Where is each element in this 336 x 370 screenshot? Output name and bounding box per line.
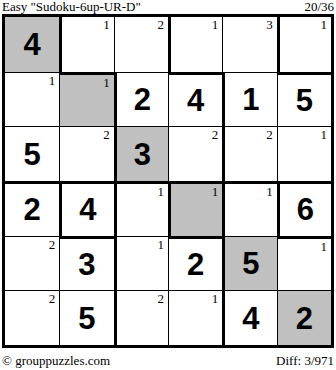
puzzle-title: Easy "Sudoku-6up-UR-D" (2, 0, 141, 14)
cell-r3c5[interactable]: 2 (222, 126, 276, 181)
cell-r3c2[interactable]: 2 (59, 126, 113, 181)
given-digit: 4 (24, 29, 41, 60)
copyright-text: © grouppuzzles.com (2, 353, 110, 368)
cell-r3c4[interactable]: 2 (168, 126, 222, 181)
cell-r5c4[interactable]: 2 (168, 236, 222, 291)
cell-r5c6[interactable]: 1 (277, 236, 331, 291)
cell-r6c4[interactable]: 1 (168, 290, 222, 345)
cell-r1c6[interactable]: 1 (277, 17, 331, 72)
difficulty-text: Diff: 3/971 (276, 353, 334, 368)
given-digit: 6 (297, 194, 314, 225)
cell-r2c5[interactable]: 1 (222, 72, 276, 127)
cell-r2c3[interactable]: 2 (114, 72, 168, 127)
cell-r1c3[interactable]: 2 (114, 17, 168, 72)
cell-r3c1[interactable]: 5 (5, 126, 59, 181)
cell-r2c2[interactable]: 1 (59, 72, 113, 127)
given-digit: 3 (78, 249, 95, 280)
corner-hint: 1 (49, 74, 56, 87)
corner-hint: 2 (157, 18, 164, 31)
sudoku-board: 412131112415523221241116231251252142 (2, 14, 334, 348)
corner-hint: 1 (212, 18, 219, 31)
corner-hint: 2 (212, 128, 219, 141)
cell-r5c2[interactable]: 3 (59, 236, 113, 291)
corner-hint: 2 (49, 292, 56, 305)
cell-r4c3[interactable]: 1 (114, 181, 168, 236)
corner-hint: 1 (157, 185, 164, 198)
cell-r6c2[interactable]: 5 (59, 290, 113, 345)
header-bar: Easy "Sudoku-6up-UR-D" 20/36 (0, 0, 336, 14)
given-digit: 2 (134, 84, 151, 115)
given-digit: 3 (134, 139, 151, 170)
cell-r4c1[interactable]: 2 (5, 181, 59, 236)
corner-hint: 1 (320, 128, 327, 141)
cell-r5c1[interactable]: 2 (5, 236, 59, 291)
corner-hint: 1 (212, 292, 219, 305)
cell-r4c6[interactable]: 6 (277, 181, 331, 236)
given-digit: 5 (24, 139, 41, 170)
given-digit: 2 (296, 303, 313, 334)
corner-hint: 1 (212, 185, 219, 198)
given-digit: 5 (78, 303, 95, 334)
corner-hint: 2 (49, 238, 56, 251)
cell-r6c5[interactable]: 4 (222, 290, 276, 345)
cell-r5c5[interactable]: 5 (222, 236, 276, 291)
cell-r6c3[interactable]: 2 (114, 290, 168, 345)
given-digit: 5 (296, 85, 313, 116)
cell-r5c3[interactable]: 1 (114, 236, 168, 291)
corner-hint: 1 (157, 238, 164, 251)
cell-r3c6[interactable]: 1 (277, 126, 331, 181)
corner-hint: 1 (266, 185, 273, 198)
corner-hint: 1 (103, 76, 110, 89)
cell-r2c1[interactable]: 1 (5, 72, 59, 127)
given-digit: 1 (242, 84, 259, 115)
cell-r1c2[interactable]: 1 (59, 17, 113, 72)
cell-r6c1[interactable]: 2 (5, 290, 59, 345)
corner-hint: 2 (266, 128, 273, 141)
given-digit: 5 (242, 248, 259, 279)
corner-hint: 1 (320, 240, 327, 253)
cell-r2c6[interactable]: 5 (277, 72, 331, 127)
filled-counter: 20/36 (304, 0, 334, 14)
cell-r1c4[interactable]: 1 (168, 17, 222, 72)
cell-r4c4[interactable]: 1 (168, 181, 222, 236)
given-digit: 4 (79, 194, 96, 225)
given-digit: 2 (24, 194, 41, 225)
cell-r1c5[interactable]: 3 (222, 17, 276, 72)
cell-r4c5[interactable]: 1 (222, 181, 276, 236)
cell-r6c6[interactable]: 2 (277, 290, 331, 345)
corner-hint: 1 (103, 18, 110, 31)
cell-r3c3[interactable]: 3 (114, 126, 168, 181)
cell-r2c4[interactable]: 4 (168, 72, 222, 127)
given-digit: 4 (242, 303, 259, 334)
footer-bar: © grouppuzzles.com Diff: 3/971 (0, 353, 336, 368)
corner-hint: 2 (103, 128, 110, 141)
corner-hint: 2 (157, 292, 164, 305)
corner-hint: 1 (320, 18, 327, 31)
cell-r1c1[interactable]: 4 (5, 17, 59, 72)
cell-r4c2[interactable]: 4 (59, 181, 113, 236)
corner-hint: 3 (266, 18, 273, 31)
given-digit: 4 (187, 85, 204, 116)
given-digit: 2 (187, 249, 204, 280)
